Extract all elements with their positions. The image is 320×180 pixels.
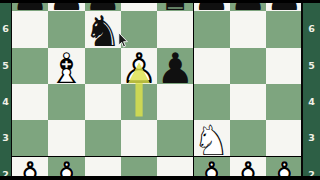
square-e6[interactable] <box>157 11 193 47</box>
rank-label-4: 4 <box>0 96 11 108</box>
rank-label-6: 6 <box>303 23 320 35</box>
square-g6[interactable] <box>230 11 266 47</box>
square-b4[interactable] <box>48 84 84 120</box>
rank-label-3: 3 <box>303 132 320 144</box>
square-h3[interactable] <box>266 120 302 156</box>
square-a4[interactable] <box>12 84 48 120</box>
square-c4[interactable] <box>85 84 121 120</box>
letterbox-bottom <box>0 176 320 180</box>
square-f3[interactable] <box>194 120 230 156</box>
square-g5[interactable] <box>230 48 266 84</box>
rank-label-5: 5 <box>0 60 11 72</box>
square-h5[interactable] <box>266 48 302 84</box>
square-d6[interactable] <box>121 11 157 47</box>
rank-label-6: 6 <box>0 23 11 35</box>
square-b6[interactable] <box>48 11 84 47</box>
right-coordinate-strip: 765432 <box>301 0 320 180</box>
square-h6[interactable] <box>266 11 302 47</box>
square-b3[interactable] <box>48 120 84 156</box>
square-f5[interactable] <box>194 48 230 84</box>
square-a5[interactable] <box>12 48 48 84</box>
square-e4[interactable] <box>157 84 193 120</box>
square-d5[interactable] <box>121 48 157 84</box>
letterbox-top <box>0 0 320 3</box>
square-c5[interactable] <box>85 48 121 84</box>
square-c3[interactable] <box>85 120 121 156</box>
left-coordinate-strip: 765432 <box>0 0 12 180</box>
chess-video-frame: ♟♟♟♛♟♟♟♞♝♗♟♙♟♞♘♟♙♟♙♟♙♟♙♟♙ 765432 765432 <box>0 0 320 180</box>
square-h4[interactable] <box>266 84 302 120</box>
rank-label-3: 3 <box>0 132 11 144</box>
square-a3[interactable] <box>12 120 48 156</box>
square-e5[interactable] <box>157 48 193 84</box>
square-d3[interactable] <box>121 120 157 156</box>
square-d4[interactable] <box>121 84 157 120</box>
square-f6[interactable] <box>194 11 230 47</box>
square-c6[interactable] <box>85 11 121 47</box>
square-g3[interactable] <box>230 120 266 156</box>
square-f4[interactable] <box>194 84 230 120</box>
rank-label-4: 4 <box>303 96 320 108</box>
rank-label-5: 5 <box>303 60 320 72</box>
square-a6[interactable] <box>12 11 48 47</box>
board[interactable]: ♟♟♟♛♟♟♟♞♝♗♟♙♟♞♘♟♙♟♙♟♙♟♙♟♙ <box>12 0 302 180</box>
square-g4[interactable] <box>230 84 266 120</box>
square-b5[interactable] <box>48 48 84 84</box>
square-e3[interactable] <box>157 120 193 156</box>
